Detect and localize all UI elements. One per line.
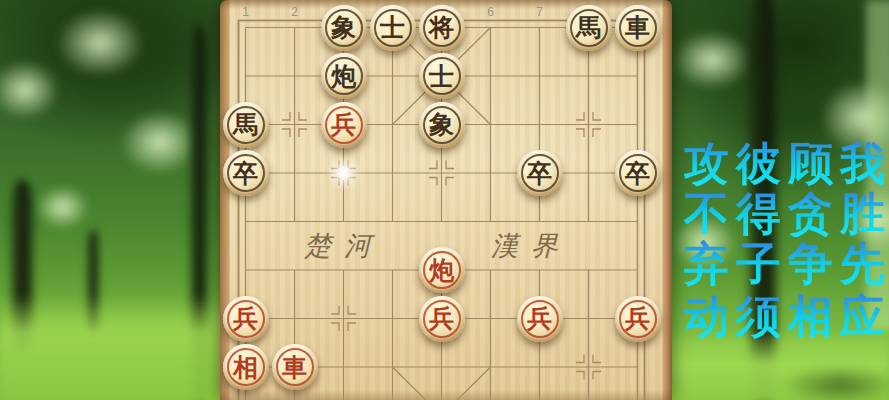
piece-black-horse-2[interactable]: 馬 [223, 102, 269, 148]
calligraphy-line-2: 不得贪胜 [684, 190, 888, 237]
piece-red-cannon-1[interactable]: 炮 [419, 247, 465, 293]
piece-red-soldier-3[interactable]: 兵 [517, 296, 563, 342]
piece-black-soldier-1[interactable]: 卒 [223, 150, 269, 196]
bokeh-light [55, 8, 145, 78]
column-label-2: 2 [287, 5, 303, 19]
piece-red-soldier-1[interactable]: 兵 [223, 296, 269, 342]
piece-black-elephant-1[interactable]: 象 [321, 5, 367, 51]
xiangqi-board[interactable]: 楚河 漢界 ✳ 1267象士将馬車炮士馬兵象卒卒卒炮兵兵兵兵相車 [220, 0, 672, 400]
piece-black-chariot-1[interactable]: 車 [615, 5, 661, 51]
piece-red-soldier-4[interactable]: 兵 [615, 296, 661, 342]
piece-black-horse-1[interactable]: 馬 [566, 5, 612, 51]
grass [0, 295, 226, 400]
column-label-7: 7 [532, 5, 548, 19]
bokeh-light [0, 60, 60, 120]
calligraphy-panel: 攻彼顾我 不得贪胜 弃子争先 动须相应 [684, 140, 888, 340]
bokeh-light [35, 185, 90, 230]
column-label-6: 6 [483, 5, 499, 19]
piece-black-soldier-3[interactable]: 卒 [615, 150, 661, 196]
piece-black-cannon-1[interactable]: 炮 [321, 53, 367, 99]
piece-black-soldier-2[interactable]: 卒 [517, 150, 563, 196]
calligraphy-line-4: 动须相应 [684, 293, 888, 340]
piece-black-general[interactable]: 将 [419, 5, 465, 51]
river-label-chu: 楚河 [304, 231, 384, 261]
bokeh-light [672, 30, 752, 90]
last-move-marker: ✳ [326, 155, 362, 191]
piece-black-advisor-2[interactable]: 士 [419, 53, 465, 99]
column-label-1: 1 [238, 5, 254, 19]
calligraphy-line-3: 弃子争先 [684, 240, 888, 287]
piece-red-elephant-1[interactable]: 相 [223, 344, 269, 390]
sparkle-icon: ✳ [336, 164, 352, 183]
piece-red-soldier-advanced[interactable]: 兵 [321, 102, 367, 148]
screenshot-scene: 楚河 漢界 ✳ 1267象士将馬車炮士馬兵象卒卒卒炮兵兵兵兵相車 攻彼顾我 不得… [0, 0, 889, 400]
calligraphy-line-1: 攻彼顾我 [684, 140, 888, 187]
piece-black-elephant-2[interactable]: 象 [419, 102, 465, 148]
piece-black-advisor-1[interactable]: 士 [370, 5, 416, 51]
piece-red-soldier-2[interactable]: 兵 [419, 296, 465, 342]
tree-shadow [780, 365, 889, 400]
river-label-han: 漢界 [491, 231, 571, 261]
piece-red-chariot-1[interactable]: 車 [272, 344, 318, 390]
